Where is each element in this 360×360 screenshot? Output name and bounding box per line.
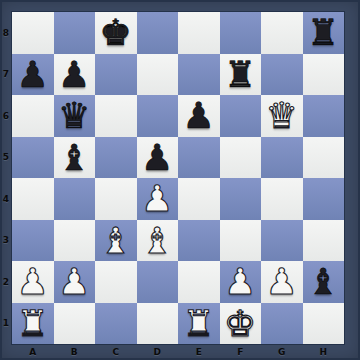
square-e1[interactable]: ♜: [178, 303, 220, 345]
square-e6[interactable]: ♟: [178, 95, 220, 137]
square-g2[interactable]: ♟: [261, 261, 303, 303]
square-b7[interactable]: ♟: [54, 54, 96, 96]
white-pawn-b2[interactable]: ♟: [54, 261, 96, 303]
square-e4[interactable]: [178, 178, 220, 220]
square-f6[interactable]: [220, 95, 262, 137]
square-g5[interactable]: [261, 137, 303, 179]
black-bishop-b5[interactable]: ♝: [54, 137, 96, 179]
square-g1[interactable]: [261, 303, 303, 345]
square-b6[interactable]: ♛: [54, 95, 96, 137]
square-c1[interactable]: [95, 303, 137, 345]
file-label-g: G: [261, 344, 303, 359]
black-bishop-h2[interactable]: ♝: [303, 261, 345, 303]
square-b3[interactable]: [54, 220, 96, 262]
chess-board-frame: 87654321 ♚♜♟♟♜♛♟♛♝♟♟♝♝♟♟♟♟♝♜♜♚ ABCDEFGH: [0, 0, 360, 360]
square-e5[interactable]: [178, 137, 220, 179]
square-e8[interactable]: [178, 12, 220, 54]
black-pawn-d5[interactable]: ♟: [137, 137, 179, 179]
rank-label-6: 6: [0, 95, 12, 137]
file-labels: ABCDEFGH: [12, 344, 344, 359]
rank-label-8: 8: [0, 12, 12, 54]
square-h1[interactable]: [303, 303, 345, 345]
square-b5[interactable]: ♝: [54, 137, 96, 179]
square-f5[interactable]: [220, 137, 262, 179]
black-rook-h8[interactable]: ♜: [303, 12, 345, 54]
square-g7[interactable]: [261, 54, 303, 96]
file-label-e: E: [178, 344, 220, 359]
square-c8[interactable]: ♚: [95, 12, 137, 54]
square-d6[interactable]: [137, 95, 179, 137]
square-h4[interactable]: [303, 178, 345, 220]
square-a8[interactable]: [12, 12, 54, 54]
square-d8[interactable]: [137, 12, 179, 54]
square-a7[interactable]: ♟: [12, 54, 54, 96]
rank-label-3: 3: [0, 220, 12, 262]
rank-label-7: 7: [0, 54, 12, 96]
square-c4[interactable]: [95, 178, 137, 220]
white-rook-e1[interactable]: ♜: [178, 303, 220, 345]
black-rook-f7[interactable]: ♜: [220, 54, 262, 96]
square-d7[interactable]: [137, 54, 179, 96]
square-c7[interactable]: [95, 54, 137, 96]
file-label-f: F: [220, 344, 262, 359]
file-label-c: C: [95, 344, 137, 359]
file-label-a: A: [12, 344, 54, 359]
file-label-h: H: [303, 344, 345, 359]
square-a4[interactable]: [12, 178, 54, 220]
white-queen-g6[interactable]: ♛: [261, 95, 303, 137]
square-g3[interactable]: [261, 220, 303, 262]
square-h2[interactable]: ♝: [303, 261, 345, 303]
square-d3[interactable]: ♝: [137, 220, 179, 262]
chess-board: ♚♜♟♟♜♛♟♛♝♟♟♝♝♟♟♟♟♝♜♜♚: [12, 12, 344, 344]
square-b8[interactable]: [54, 12, 96, 54]
white-bishop-d3[interactable]: ♝: [137, 220, 179, 262]
square-f8[interactable]: [220, 12, 262, 54]
square-e2[interactable]: [178, 261, 220, 303]
square-b2[interactable]: ♟: [54, 261, 96, 303]
square-h8[interactable]: ♜: [303, 12, 345, 54]
rank-label-4: 4: [0, 178, 12, 220]
square-a6[interactable]: [12, 95, 54, 137]
square-c5[interactable]: [95, 137, 137, 179]
square-e3[interactable]: [178, 220, 220, 262]
square-d5[interactable]: ♟: [137, 137, 179, 179]
square-h7[interactable]: [303, 54, 345, 96]
square-c6[interactable]: [95, 95, 137, 137]
square-f1[interactable]: ♚: [220, 303, 262, 345]
black-king-c8[interactable]: ♚: [95, 12, 137, 54]
square-e7[interactable]: [178, 54, 220, 96]
square-h6[interactable]: [303, 95, 345, 137]
white-pawn-a2[interactable]: ♟: [12, 261, 54, 303]
file-label-d: D: [137, 344, 179, 359]
square-f4[interactable]: [220, 178, 262, 220]
square-a1[interactable]: ♜: [12, 303, 54, 345]
square-d1[interactable]: [137, 303, 179, 345]
square-g8[interactable]: [261, 12, 303, 54]
square-d2[interactable]: [137, 261, 179, 303]
white-pawn-d4[interactable]: ♟: [137, 178, 179, 220]
square-f3[interactable]: [220, 220, 262, 262]
black-pawn-b7[interactable]: ♟: [54, 54, 96, 96]
square-a3[interactable]: [12, 220, 54, 262]
square-h5[interactable]: [303, 137, 345, 179]
white-bishop-c3[interactable]: ♝: [95, 220, 137, 262]
rank-label-2: 2: [0, 261, 12, 303]
square-c3[interactable]: ♝: [95, 220, 137, 262]
white-rook-a1[interactable]: ♜: [12, 303, 54, 345]
square-h3[interactable]: [303, 220, 345, 262]
square-a5[interactable]: [12, 137, 54, 179]
rank-labels: 87654321: [0, 12, 12, 344]
square-a2[interactable]: ♟: [12, 261, 54, 303]
square-g6[interactable]: ♛: [261, 95, 303, 137]
rank-label-1: 1: [0, 303, 12, 345]
square-d4[interactable]: ♟: [137, 178, 179, 220]
file-label-b: B: [54, 344, 96, 359]
white-pawn-g2[interactable]: ♟: [261, 261, 303, 303]
black-queen-b6[interactable]: ♛: [54, 95, 96, 137]
rank-label-5: 5: [0, 137, 12, 179]
black-pawn-e6[interactable]: ♟: [178, 95, 220, 137]
black-pawn-a7[interactable]: ♟: [12, 54, 54, 96]
white-king-f1[interactable]: ♚: [220, 303, 262, 345]
square-b4[interactable]: [54, 178, 96, 220]
square-f7[interactable]: ♜: [220, 54, 262, 96]
square-f2[interactable]: ♟: [220, 261, 262, 303]
square-b1[interactable]: [54, 303, 96, 345]
square-c2[interactable]: [95, 261, 137, 303]
square-g4[interactable]: [261, 178, 303, 220]
white-pawn-f2[interactable]: ♟: [220, 261, 262, 303]
